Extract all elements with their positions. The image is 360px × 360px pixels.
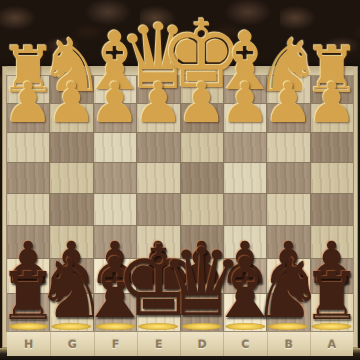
square-d2[interactable]: ♟: [181, 104, 223, 132]
square-e2[interactable]: ♟: [137, 104, 179, 132]
square-c3[interactable]: [224, 133, 266, 162]
square-e3[interactable]: [137, 133, 179, 162]
square-b5[interactable]: [267, 194, 309, 225]
square-e5[interactable]: [137, 194, 179, 225]
square-g3[interactable]: [50, 133, 92, 162]
square-g4[interactable]: [50, 163, 92, 193]
piece-wP-a2[interactable]: ♟: [307, 75, 357, 131]
chessboard-frame: ♜♞♝♛♚♝♞♜♟♟♟♟♟♟♟♟♟♟♟♟♟♟♟♟♜♞♝♚♛♝♞♜ HGFEDCB…: [2, 66, 358, 348]
square-d3[interactable]: [181, 133, 223, 162]
square-h3[interactable]: [7, 133, 49, 162]
square-c5[interactable]: [224, 194, 266, 225]
square-b2[interactable]: ♟: [267, 104, 309, 132]
square-h4[interactable]: [7, 163, 49, 193]
board-squares: ♜♞♝♛♚♝♞♜♟♟♟♟♟♟♟♟♟♟♟♟♟♟♟♟♜♞♝♚♛♝♞♜: [7, 76, 353, 331]
square-f2[interactable]: ♟: [94, 104, 136, 132]
square-e4[interactable]: [137, 163, 179, 193]
chess-photo-stage: ♜♞♝♛♚♝♞♜♟♟♟♟♟♟♟♟♟♟♟♟♟♟♟♟♜♞♝♚♛♝♞♜ HGFEDCB…: [0, 0, 360, 360]
square-h2[interactable]: ♟: [7, 104, 49, 132]
square-a5[interactable]: [311, 194, 353, 225]
square-b3[interactable]: [267, 133, 309, 162]
square-c4[interactable]: [224, 163, 266, 193]
piece-bR-a8[interactable]: ♜: [302, 264, 360, 330]
square-f3[interactable]: [94, 133, 136, 162]
square-g2[interactable]: ♟: [50, 104, 92, 132]
square-h5[interactable]: [7, 194, 49, 225]
square-a4[interactable]: [311, 163, 353, 193]
square-c2[interactable]: ♟: [224, 104, 266, 132]
square-a2[interactable]: ♟: [311, 104, 353, 132]
square-b4[interactable]: [267, 163, 309, 193]
square-f5[interactable]: [94, 194, 136, 225]
square-f4[interactable]: [94, 163, 136, 193]
square-a3[interactable]: [311, 133, 353, 162]
square-g5[interactable]: [50, 194, 92, 225]
square-d4[interactable]: [181, 163, 223, 193]
square-d5[interactable]: [181, 194, 223, 225]
square-a8[interactable]: ♜: [311, 294, 353, 331]
